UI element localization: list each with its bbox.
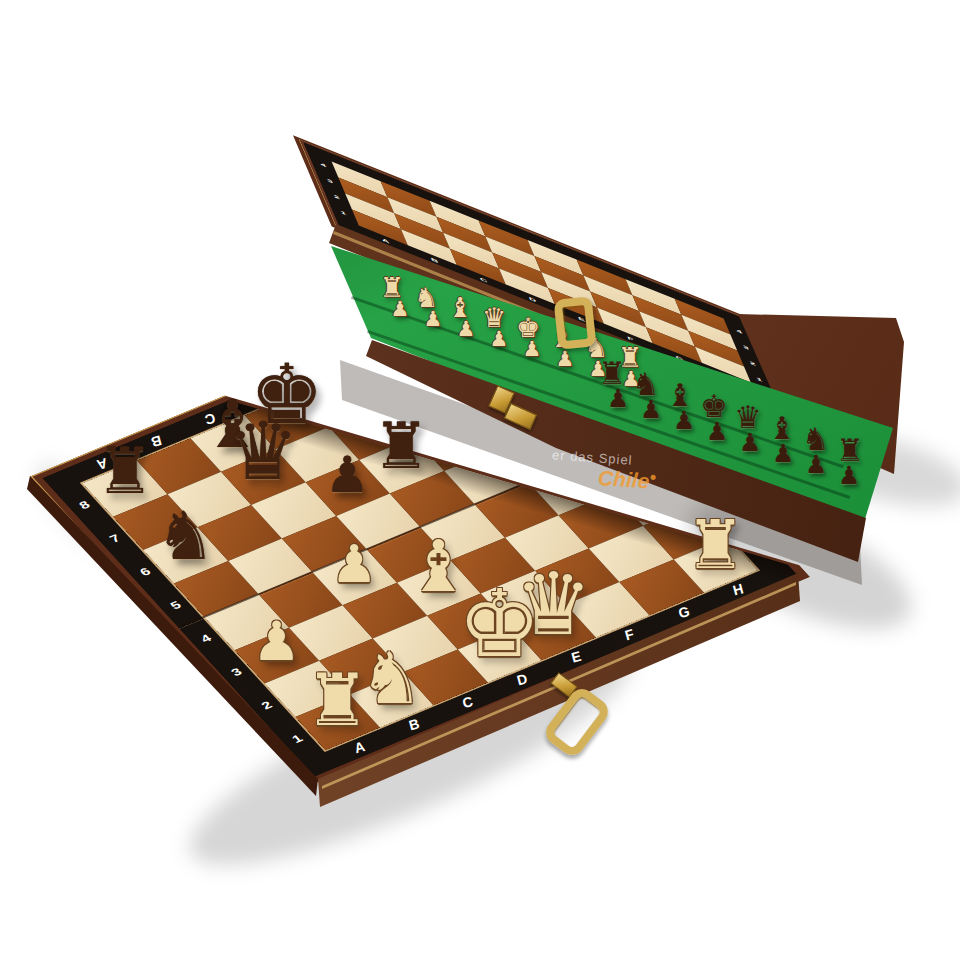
coordinate-label: 7 bbox=[107, 532, 123, 545]
white-rook-a1: ♜ bbox=[305, 665, 370, 737]
coordinate-label: 1 bbox=[756, 376, 763, 383]
coordinate-label: 4 bbox=[198, 632, 214, 645]
coordinate-label: 6 bbox=[137, 566, 153, 579]
coordinate-label: 4 bbox=[319, 161, 326, 168]
stored-light-piece: ♟ bbox=[424, 309, 443, 330]
stored-light-piece: ♟ bbox=[523, 339, 542, 360]
stored-light-piece: ♟ bbox=[391, 299, 410, 320]
coordinate-label: 3 bbox=[228, 666, 244, 679]
product-photo-scene: ABCDEFGH 4321 4321 ♜♞♝♛♚♝♞♜♟♟♟♟♟♟♟♟♜♞♝♚♛… bbox=[0, 0, 960, 960]
coordinate-label: 1 bbox=[289, 733, 305, 746]
coordinate-label: 8 bbox=[77, 499, 93, 512]
black-pawn-d6: ♟ bbox=[325, 451, 370, 501]
coordinate-label: 3 bbox=[742, 344, 749, 351]
coordinate-label: 5 bbox=[168, 599, 184, 612]
coordinate-label: F bbox=[624, 626, 636, 644]
coordinate-label: 1 bbox=[340, 209, 347, 216]
white-pawn-c4: ♟ bbox=[331, 538, 378, 590]
stored-light-piece: ♟ bbox=[490, 329, 509, 350]
stored-dark-piece: ♟ bbox=[607, 386, 629, 411]
coordinate-label: C bbox=[461, 693, 475, 711]
black-rook-e6: ♜ bbox=[373, 416, 430, 479]
black-knight-a6: ♞ bbox=[156, 503, 216, 569]
stored-dark-piece: ♟ bbox=[739, 430, 761, 455]
stored-light-piece: ♟ bbox=[457, 319, 476, 340]
coordinate-label: G bbox=[676, 603, 691, 621]
black-rook-a8: ♜ bbox=[96, 438, 154, 502]
stored-dark-piece: ♟ bbox=[772, 441, 794, 466]
coordinate-label: 2 bbox=[749, 360, 756, 367]
stored-dark-piece: ♟ bbox=[838, 463, 860, 488]
black-queen-c7: ♛ bbox=[227, 412, 299, 492]
standing-latch-icon bbox=[553, 296, 596, 350]
watermark-logo: Chile● bbox=[597, 466, 657, 494]
coordinate-label: 3 bbox=[326, 177, 333, 184]
coordinate-label: 2 bbox=[259, 699, 275, 712]
stored-dark-piece: ♟ bbox=[673, 408, 695, 433]
stored-dark-piece: ♟ bbox=[805, 452, 827, 477]
white-king-d1: ♚ bbox=[458, 577, 541, 670]
white-rook-h1: ♜ bbox=[685, 512, 745, 579]
white-pawn-a3: ♟ bbox=[252, 615, 301, 669]
coordinate-label: 2 bbox=[333, 193, 340, 200]
coordinate-label: 4 bbox=[735, 328, 742, 335]
stored-dark-piece: ♟ bbox=[640, 397, 662, 422]
stored-dark-piece: ♟ bbox=[706, 419, 728, 444]
stored-light-piece: ♟ bbox=[556, 349, 575, 370]
